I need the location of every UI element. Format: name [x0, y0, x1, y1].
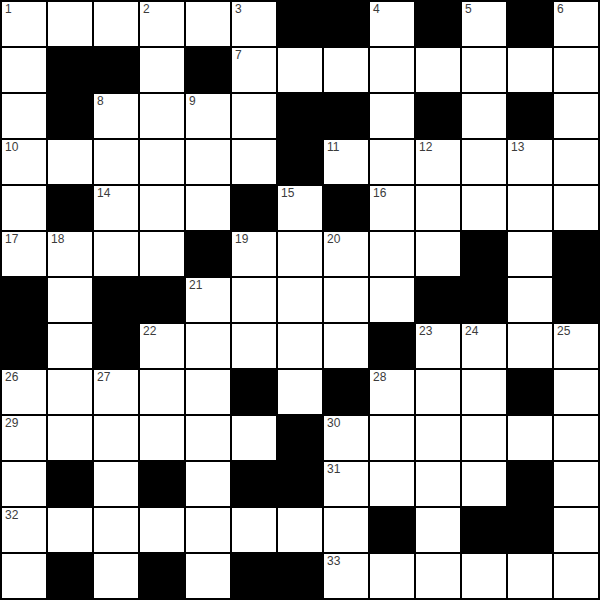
white-cell-r9c1[interactable]	[48, 416, 92, 460]
white-cell-r4c6[interactable]: 15	[278, 186, 322, 230]
black-cell-r10c1	[48, 462, 92, 506]
clue-number: 12	[419, 140, 432, 155]
white-cell-r4c10[interactable]	[462, 186, 506, 230]
black-cell-r6c0	[2, 278, 46, 322]
clue-number: 24	[465, 324, 478, 339]
white-cell-r9c5[interactable]	[232, 416, 276, 460]
white-cell-r1c11[interactable]	[508, 48, 552, 92]
white-cell-r3c5[interactable]	[232, 140, 276, 184]
white-cell-r11c5[interactable]	[232, 508, 276, 552]
black-cell-r12c1	[48, 554, 92, 598]
white-cell-r0c2[interactable]	[94, 2, 138, 46]
white-cell-r11c12[interactable]	[554, 508, 598, 552]
clue-number: 29	[5, 416, 18, 431]
white-cell-r10c10[interactable]	[462, 462, 506, 506]
clue-number: 23	[419, 324, 432, 339]
white-cell-r4c0[interactable]	[2, 186, 46, 230]
white-cell-r9c2[interactable]	[94, 416, 138, 460]
white-cell-r5c6[interactable]	[278, 232, 322, 276]
white-cell-r12c10[interactable]	[462, 554, 506, 598]
white-cell-r12c9[interactable]	[416, 554, 460, 598]
black-cell-r4c7	[324, 186, 368, 230]
white-cell-r4c12[interactable]	[554, 186, 598, 230]
white-cell-r5c8[interactable]	[370, 232, 414, 276]
clue-number: 22	[143, 324, 156, 339]
clue-number: 7	[235, 48, 242, 63]
black-cell-r10c5	[232, 462, 276, 506]
white-cell-r6c11[interactable]	[508, 278, 552, 322]
black-cell-r1c4	[186, 48, 230, 92]
white-cell-r6c4[interactable]: 21	[186, 278, 230, 322]
white-cell-r9c11[interactable]	[508, 416, 552, 460]
white-cell-r0c10[interactable]: 5	[462, 2, 506, 46]
white-cell-r10c8[interactable]	[370, 462, 414, 506]
white-cell-r3c2[interactable]	[94, 140, 138, 184]
black-cell-r11c10	[462, 508, 506, 552]
white-cell-r0c12[interactable]: 6	[554, 2, 598, 46]
white-cell-r3c12[interactable]	[554, 140, 598, 184]
white-cell-r9c0[interactable]: 29	[2, 416, 46, 460]
white-cell-r6c5[interactable]	[232, 278, 276, 322]
white-cell-r12c11[interactable]	[508, 554, 552, 598]
clue-number: 9	[189, 94, 196, 109]
white-cell-r11c7[interactable]	[324, 508, 368, 552]
white-cell-r10c0[interactable]	[2, 462, 46, 506]
white-cell-r1c0[interactable]	[2, 48, 46, 92]
black-cell-r6c10	[462, 278, 506, 322]
white-cell-r11c6[interactable]	[278, 508, 322, 552]
clue-number: 31	[327, 462, 340, 477]
white-cell-r0c1[interactable]	[48, 2, 92, 46]
white-cell-r3c0[interactable]: 10	[2, 140, 46, 184]
white-cell-r4c11[interactable]	[508, 186, 552, 230]
black-cell-r4c1	[48, 186, 92, 230]
white-cell-r11c2[interactable]	[94, 508, 138, 552]
white-cell-r3c9[interactable]: 12	[416, 140, 460, 184]
white-cell-r9c3[interactable]	[140, 416, 184, 460]
clue-number: 30	[327, 416, 340, 431]
white-cell-r1c6[interactable]	[278, 48, 322, 92]
white-cell-r3c1[interactable]	[48, 140, 92, 184]
white-cell-r1c9[interactable]	[416, 48, 460, 92]
black-cell-r5c4	[186, 232, 230, 276]
white-cell-r10c4[interactable]	[186, 462, 230, 506]
clue-number: 14	[97, 186, 110, 201]
white-cell-r7c1[interactable]	[48, 324, 92, 368]
white-cell-r7c6[interactable]	[278, 324, 322, 368]
white-cell-r0c0[interactable]: 1	[2, 2, 46, 46]
white-cell-r7c11[interactable]	[508, 324, 552, 368]
white-cell-r6c8[interactable]	[370, 278, 414, 322]
clue-number: 1	[5, 2, 12, 17]
white-cell-r5c9[interactable]	[416, 232, 460, 276]
white-cell-r2c2[interactable]: 8	[94, 94, 138, 138]
black-cell-r6c9	[416, 278, 460, 322]
white-cell-r10c2[interactable]	[94, 462, 138, 506]
white-cell-r7c10[interactable]: 24	[462, 324, 506, 368]
white-cell-r3c8[interactable]	[370, 140, 414, 184]
white-cell-r7c12[interactable]: 25	[554, 324, 598, 368]
white-cell-r8c0[interactable]: 26	[2, 370, 46, 414]
white-cell-r7c7[interactable]	[324, 324, 368, 368]
white-cell-r6c6[interactable]	[278, 278, 322, 322]
black-cell-r10c6	[278, 462, 322, 506]
clue-number: 26	[5, 370, 18, 385]
black-cell-r1c1	[48, 48, 92, 92]
white-cell-r4c9[interactable]	[416, 186, 460, 230]
clue-number: 20	[327, 232, 340, 247]
white-cell-r1c7[interactable]	[324, 48, 368, 92]
white-cell-r8c1[interactable]	[48, 370, 92, 414]
white-cell-r7c9[interactable]: 23	[416, 324, 460, 368]
white-cell-r2c4[interactable]: 9	[186, 94, 230, 138]
black-cell-r2c1	[48, 94, 92, 138]
white-cell-r2c3[interactable]	[140, 94, 184, 138]
white-cell-r5c11[interactable]	[508, 232, 552, 276]
clue-number: 4	[373, 2, 380, 17]
black-cell-r8c7	[324, 370, 368, 414]
white-cell-r12c2[interactable]	[94, 554, 138, 598]
white-cell-r11c0[interactable]: 32	[2, 508, 46, 552]
black-cell-r9c6	[278, 416, 322, 460]
white-cell-r2c5[interactable]	[232, 94, 276, 138]
clue-number: 25	[557, 324, 570, 339]
white-cell-r4c8[interactable]: 16	[370, 186, 414, 230]
black-cell-r2c6	[278, 94, 322, 138]
white-cell-r7c5[interactable]	[232, 324, 276, 368]
white-cell-r6c1[interactable]	[48, 278, 92, 322]
white-cell-r12c7[interactable]: 33	[324, 554, 368, 598]
white-cell-r6c7[interactable]	[324, 278, 368, 322]
white-cell-r10c9[interactable]	[416, 462, 460, 506]
black-cell-r10c11	[508, 462, 552, 506]
white-cell-r1c3[interactable]	[140, 48, 184, 92]
black-cell-r12c5	[232, 554, 276, 598]
white-cell-r2c12[interactable]	[554, 94, 598, 138]
white-cell-r5c1[interactable]: 18	[48, 232, 92, 276]
white-cell-r1c10[interactable]	[462, 48, 506, 92]
white-cell-r1c12[interactable]	[554, 48, 598, 92]
white-cell-r2c10[interactable]	[462, 94, 506, 138]
white-cell-r5c7[interactable]: 20	[324, 232, 368, 276]
white-cell-r10c7[interactable]: 31	[324, 462, 368, 506]
white-cell-r4c2[interactable]: 14	[94, 186, 138, 230]
white-cell-r11c1[interactable]	[48, 508, 92, 552]
clue-number: 28	[373, 370, 386, 385]
crossword-grid: 1234567891011121314151617181920212223242…	[0, 0, 600, 600]
clue-number: 8	[97, 94, 104, 109]
white-cell-r3c4[interactable]	[186, 140, 230, 184]
clue-number: 10	[5, 140, 18, 155]
black-cell-r0c6	[278, 2, 322, 46]
clue-number: 5	[465, 2, 472, 17]
white-cell-r2c8[interactable]	[370, 94, 414, 138]
black-cell-r2c9	[416, 94, 460, 138]
black-cell-r6c2	[94, 278, 138, 322]
white-cell-r0c8[interactable]: 4	[370, 2, 414, 46]
white-cell-r5c0[interactable]: 17	[2, 232, 46, 276]
clue-number: 11	[327, 140, 339, 155]
white-cell-r8c8[interactable]: 28	[370, 370, 414, 414]
white-cell-r9c10[interactable]	[462, 416, 506, 460]
white-cell-r0c5[interactable]: 3	[232, 2, 276, 46]
black-cell-r8c11	[508, 370, 552, 414]
black-cell-r4c5	[232, 186, 276, 230]
clue-number: 33	[327, 554, 340, 569]
white-cell-r0c3[interactable]: 2	[140, 2, 184, 46]
clue-number: 6	[557, 2, 564, 17]
white-cell-r12c12[interactable]	[554, 554, 598, 598]
white-cell-r8c3[interactable]	[140, 370, 184, 414]
black-cell-r7c2	[94, 324, 138, 368]
clue-number: 21	[189, 278, 202, 293]
white-cell-r12c4[interactable]	[186, 554, 230, 598]
white-cell-r3c7[interactable]: 11	[324, 140, 368, 184]
black-cell-r0c7	[324, 2, 368, 46]
white-cell-r4c3[interactable]	[140, 186, 184, 230]
clue-number: 2	[143, 2, 150, 17]
black-cell-r2c11	[508, 94, 552, 138]
black-cell-r5c12	[554, 232, 598, 276]
black-cell-r1c2	[94, 48, 138, 92]
white-cell-r8c12[interactable]	[554, 370, 598, 414]
white-cell-r10c12[interactable]	[554, 462, 598, 506]
white-cell-r9c4[interactable]	[186, 416, 230, 460]
black-cell-r7c8	[370, 324, 414, 368]
clue-number: 16	[373, 186, 386, 201]
white-cell-r2c0[interactable]	[2, 94, 46, 138]
white-cell-r9c7[interactable]: 30	[324, 416, 368, 460]
black-cell-r8c5	[232, 370, 276, 414]
white-cell-r11c3[interactable]	[140, 508, 184, 552]
black-cell-r11c11	[508, 508, 552, 552]
white-cell-r4c4[interactable]	[186, 186, 230, 230]
clue-number: 27	[97, 370, 110, 385]
white-cell-r11c9[interactable]	[416, 508, 460, 552]
black-cell-r10c3	[140, 462, 184, 506]
white-cell-r3c11[interactable]: 13	[508, 140, 552, 184]
white-cell-r1c5[interactable]: 7	[232, 48, 276, 92]
white-cell-r0c4[interactable]	[186, 2, 230, 46]
clue-number: 17	[5, 232, 18, 247]
clue-number: 15	[281, 186, 294, 201]
white-cell-r9c9[interactable]	[416, 416, 460, 460]
clue-number: 3	[235, 2, 242, 17]
white-cell-r12c0[interactable]	[2, 554, 46, 598]
white-cell-r8c6[interactable]	[278, 370, 322, 414]
black-cell-r7c0	[2, 324, 46, 368]
clue-number: 13	[511, 140, 524, 155]
white-cell-r8c4[interactable]	[186, 370, 230, 414]
white-cell-r3c3[interactable]	[140, 140, 184, 184]
white-cell-r7c4[interactable]	[186, 324, 230, 368]
white-cell-r3c10[interactable]	[462, 140, 506, 184]
black-cell-r6c3	[140, 278, 184, 322]
black-cell-r3c6	[278, 140, 322, 184]
white-cell-r8c9[interactable]	[416, 370, 460, 414]
black-cell-r11c8	[370, 508, 414, 552]
clue-number: 18	[51, 232, 64, 247]
black-cell-r2c7	[324, 94, 368, 138]
white-cell-r9c8[interactable]	[370, 416, 414, 460]
white-cell-r1c8[interactable]	[370, 48, 414, 92]
black-cell-r12c6	[278, 554, 322, 598]
white-cell-r5c5[interactable]: 19	[232, 232, 276, 276]
black-cell-r0c11	[508, 2, 552, 46]
white-cell-r5c3[interactable]	[140, 232, 184, 276]
white-cell-r11c4[interactable]	[186, 508, 230, 552]
white-cell-r12c8[interactable]	[370, 554, 414, 598]
black-cell-r6c12	[554, 278, 598, 322]
white-cell-r8c10[interactable]	[462, 370, 506, 414]
white-cell-r8c2[interactable]: 27	[94, 370, 138, 414]
black-cell-r0c9	[416, 2, 460, 46]
white-cell-r7c3[interactable]: 22	[140, 324, 184, 368]
clue-number: 32	[5, 508, 18, 523]
clue-number: 19	[235, 232, 248, 247]
black-cell-r5c10	[462, 232, 506, 276]
white-cell-r9c12[interactable]	[554, 416, 598, 460]
black-cell-r12c3	[140, 554, 184, 598]
white-cell-r5c2[interactable]	[94, 232, 138, 276]
